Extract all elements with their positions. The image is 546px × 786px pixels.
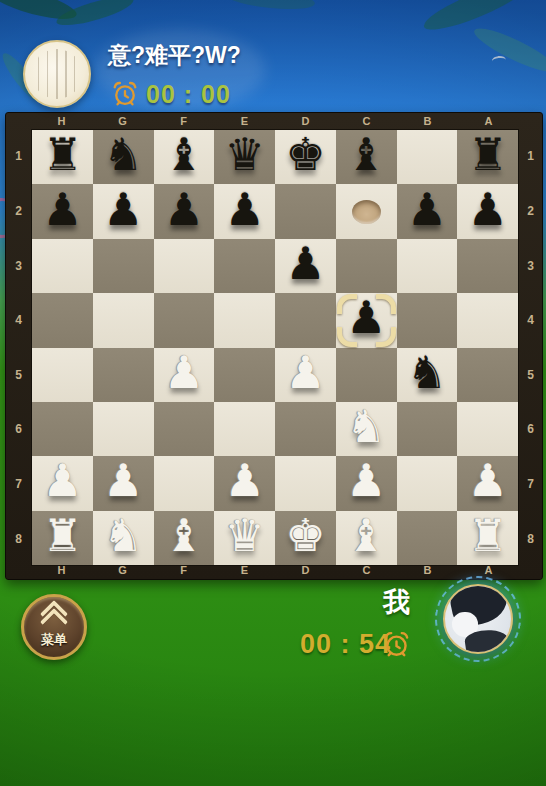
bird-icon — [492, 55, 507, 65]
square-G8[interactable]: ♞ — [93, 511, 154, 565]
square-D2[interactable] — [275, 184, 336, 238]
square-E2[interactable]: ♟ — [214, 184, 275, 238]
bamboo-leaf — [471, 20, 546, 80]
square-C6[interactable]: ♞ — [336, 402, 397, 456]
piece-wp-C7: ♟ — [346, 458, 386, 503]
square-E3[interactable] — [214, 239, 275, 293]
file-label-E: E — [214, 564, 275, 577]
square-D1[interactable]: ♚ — [275, 130, 336, 184]
piece-wq-E8: ♛ — [224, 513, 264, 558]
piece-wk-D8: ♚ — [285, 513, 325, 558]
square-H3[interactable] — [32, 239, 93, 293]
piece-bn-B5: ♞ — [407, 350, 447, 395]
square-F8[interactable]: ♝ — [154, 511, 215, 565]
square-B3[interactable] — [397, 239, 458, 293]
rank-label-3: 3 — [6, 238, 31, 293]
square-B6[interactable] — [397, 402, 458, 456]
square-E4[interactable] — [214, 293, 275, 347]
square-E1[interactable]: ♛ — [214, 130, 275, 184]
rank-label-4: 4 — [6, 293, 31, 348]
rank-label-8: 8 — [519, 511, 542, 566]
square-D3[interactable]: ♟ — [275, 239, 336, 293]
square-E6[interactable] — [214, 402, 275, 456]
file-label-G: G — [92, 564, 153, 577]
square-C1[interactable]: ♝ — [336, 130, 397, 184]
square-A5[interactable] — [457, 348, 518, 402]
square-G2[interactable]: ♟ — [93, 184, 154, 238]
square-C2[interactable] — [336, 184, 397, 238]
piece-bb-F1: ♝ — [164, 132, 204, 177]
piece-br-H1: ♜ — [42, 132, 82, 177]
square-F5[interactable]: ♟ — [154, 348, 215, 402]
square-C7[interactable]: ♟ — [336, 456, 397, 510]
piece-wn-G8: ♞ — [103, 513, 143, 558]
rank-label-7: 7 — [519, 457, 542, 512]
piece-br-A1: ♜ — [467, 132, 507, 177]
rank-label-1: 1 — [519, 129, 542, 184]
square-B7[interactable] — [397, 456, 458, 510]
square-H5[interactable] — [32, 348, 93, 402]
file-label-A: A — [458, 564, 519, 577]
piece-wp-A7: ♟ — [467, 458, 507, 503]
file-label-F: F — [153, 564, 214, 577]
player-timer: 00 : 54 — [300, 629, 391, 660]
bamboo-leaf — [54, 0, 136, 29]
square-C4[interactable]: ♟ — [336, 293, 397, 347]
rank-labels-right: 12345678 — [519, 129, 542, 566]
square-D8[interactable]: ♚ — [275, 511, 336, 565]
square-F1[interactable]: ♝ — [154, 130, 215, 184]
piece-bk-D1: ♚ — [285, 132, 325, 177]
piece-bn-G1: ♞ — [103, 132, 143, 177]
file-label-B: B — [397, 115, 458, 128]
piece-wp-E7: ♟ — [224, 458, 264, 503]
piece-bp-E2: ♟ — [224, 187, 264, 232]
square-G6[interactable] — [93, 402, 154, 456]
piece-bp-D3: ♟ — [285, 241, 325, 286]
square-E8[interactable]: ♛ — [214, 511, 275, 565]
square-G5[interactable] — [93, 348, 154, 402]
file-label-D: D — [275, 564, 336, 577]
piece-bq-E1: ♛ — [224, 132, 264, 177]
file-label-H: H — [31, 115, 92, 128]
piece-wp-G7: ♟ — [103, 458, 143, 503]
square-A8[interactable]: ♜ — [457, 511, 518, 565]
square-H7[interactable]: ♟ — [32, 456, 93, 510]
rank-label-4: 4 — [519, 293, 542, 348]
file-labels-top: HGFEDCBA — [31, 115, 519, 128]
file-labels-bottom: HGFEDCBA — [31, 564, 519, 577]
game-screen: 意?难平?W? 00 : 00 HGFEDCBA 12345678 123456… — [0, 0, 546, 786]
square-C8[interactable]: ♝ — [336, 511, 397, 565]
file-label-C: C — [336, 564, 397, 577]
square-G4[interactable] — [93, 293, 154, 347]
piece-wp-D5: ♟ — [285, 350, 325, 395]
rank-label-2: 2 — [6, 184, 31, 239]
piece-wr-A8: ♜ — [467, 513, 507, 558]
opponent-avatar[interactable] — [23, 40, 91, 108]
player-name: 我 — [383, 584, 410, 620]
square-E5[interactable] — [214, 348, 275, 402]
piece-bp-H2: ♟ — [42, 187, 82, 232]
rank-label-7: 7 — [6, 457, 31, 512]
square-B4[interactable] — [397, 293, 458, 347]
square-A4[interactable] — [457, 293, 518, 347]
file-label-A: A — [458, 115, 519, 128]
piece-wp-F5: ♟ — [164, 350, 204, 395]
file-label-G: G — [92, 115, 153, 128]
square-A3[interactable] — [457, 239, 518, 293]
square-A1[interactable]: ♜ — [457, 130, 518, 184]
square-F7[interactable] — [154, 456, 215, 510]
rank-label-6: 6 — [519, 402, 542, 457]
square-D6[interactable] — [275, 402, 336, 456]
piece-bp-B2: ♟ — [407, 187, 447, 232]
file-label-C: C — [336, 115, 397, 128]
file-label-E: E — [214, 115, 275, 128]
square-D4[interactable] — [275, 293, 336, 347]
square-F4[interactable] — [154, 293, 215, 347]
square-G3[interactable] — [93, 239, 154, 293]
piece-bp-F2: ♟ — [164, 187, 204, 232]
square-B8[interactable] — [397, 511, 458, 565]
rank-label-1: 1 — [6, 129, 31, 184]
square-F3[interactable] — [154, 239, 215, 293]
file-label-F: F — [153, 115, 214, 128]
chess-board: HGFEDCBA 12345678 12345678 ♜♞♝♛♚♝♜♟♟♟♟♟♟… — [5, 112, 543, 580]
rank-label-6: 6 — [6, 402, 31, 457]
square-D7[interactable] — [275, 456, 336, 510]
square-H4[interactable] — [32, 293, 93, 347]
menu-button[interactable]: 菜单 — [21, 594, 87, 660]
square-H8[interactable]: ♜ — [32, 511, 93, 565]
file-label-H: H — [31, 564, 92, 577]
square-B5[interactable]: ♞ — [397, 348, 458, 402]
piece-wb-F8: ♝ — [164, 513, 204, 558]
last-move-from-indicator — [352, 200, 381, 224]
rank-label-5: 5 — [6, 348, 31, 403]
file-label-D: D — [275, 115, 336, 128]
square-C3[interactable] — [336, 239, 397, 293]
square-G1[interactable]: ♞ — [93, 130, 154, 184]
rank-label-2: 2 — [519, 184, 542, 239]
square-H1[interactable]: ♜ — [32, 130, 93, 184]
file-label-B: B — [397, 564, 458, 577]
square-F6[interactable] — [154, 402, 215, 456]
square-F2[interactable]: ♟ — [154, 184, 215, 238]
square-C5[interactable] — [336, 348, 397, 402]
avatar-script-art — [32, 49, 82, 99]
rank-label-8: 8 — [6, 511, 31, 566]
opponent-clock-icon — [111, 80, 139, 108]
bamboo-leaf — [224, 0, 316, 14]
piece-bb-C1: ♝ — [346, 132, 386, 177]
square-B2[interactable]: ♟ — [397, 184, 458, 238]
piece-wr-H8: ♜ — [42, 513, 82, 558]
piece-bp-C4: ♟ — [346, 295, 386, 340]
square-H6[interactable] — [32, 402, 93, 456]
player-avatar[interactable] — [443, 584, 513, 654]
square-A6[interactable] — [457, 402, 518, 456]
opponent-timer: 00 : 00 — [146, 80, 231, 109]
piece-wn-C6: ♞ — [346, 404, 386, 449]
square-A7[interactable]: ♟ — [457, 456, 518, 510]
rank-labels-left: 12345678 — [6, 129, 31, 566]
square-H2[interactable]: ♟ — [32, 184, 93, 238]
square-B1[interactable] — [397, 130, 458, 184]
piece-bp-A2: ♟ — [467, 187, 507, 232]
square-G7[interactable]: ♟ — [93, 456, 154, 510]
bamboo-leaf — [0, 0, 79, 27]
piece-bp-G2: ♟ — [103, 187, 143, 232]
square-A2[interactable]: ♟ — [457, 184, 518, 238]
bamboo-leaf — [419, 0, 531, 36]
square-E7[interactable]: ♟ — [214, 456, 275, 510]
rank-label-3: 3 — [519, 238, 542, 293]
rank-label-5: 5 — [519, 348, 542, 403]
piece-wp-H7: ♟ — [42, 458, 82, 503]
square-D5[interactable]: ♟ — [275, 348, 336, 402]
player-clock-icon — [382, 630, 411, 659]
opponent-name: 意?难平?W? — [108, 40, 241, 71]
board-grid: ♜♞♝♛♚♝♜♟♟♟♟♟♟♟♟♟♟♞♞♟♟♟♟♟♜♞♝♛♚♝♜ — [31, 129, 519, 566]
piece-wb-C8: ♝ — [346, 513, 386, 558]
